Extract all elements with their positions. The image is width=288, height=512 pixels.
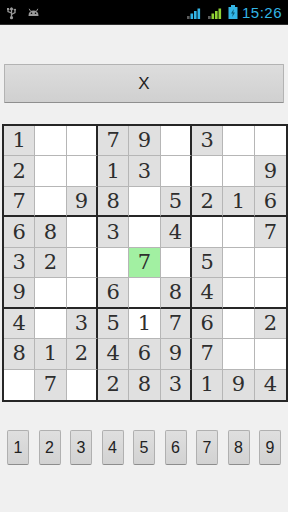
cell-r3c8[interactable]: 1 xyxy=(223,187,254,217)
cell-r9c2[interactable]: 7 xyxy=(35,370,66,400)
cell-r4c6[interactable]: 4 xyxy=(161,217,192,247)
cell-r3c1[interactable]: 7 xyxy=(4,187,35,217)
cell-r6c7[interactable]: 4 xyxy=(192,278,223,308)
status-bar-left xyxy=(6,5,41,20)
cell-r8c3[interactable]: 2 xyxy=(67,339,98,369)
cell-r2c6[interactable] xyxy=(161,156,192,186)
sudoku-board: 1793213979852166834732759684435176281246… xyxy=(2,124,288,402)
cell-r4c1[interactable]: 6 xyxy=(4,217,35,247)
android-icon xyxy=(26,5,41,19)
cell-r6c5[interactable] xyxy=(129,278,160,308)
battery-charging-icon xyxy=(228,4,238,20)
status-bar: 15:26 xyxy=(0,0,288,25)
cell-r6c9[interactable] xyxy=(255,278,286,308)
signal-green-icon xyxy=(207,5,224,20)
cell-r6c4[interactable]: 6 xyxy=(98,278,129,308)
cell-r2c1[interactable]: 2 xyxy=(4,156,35,186)
cell-r2c8[interactable] xyxy=(223,156,254,186)
cell-r6c1[interactable]: 9 xyxy=(4,278,35,308)
cell-r5c8[interactable] xyxy=(223,248,254,278)
cell-r9c5[interactable]: 8 xyxy=(129,370,160,400)
close-button[interactable]: X xyxy=(4,64,284,103)
cell-r4c8[interactable] xyxy=(223,217,254,247)
cell-r8c9[interactable] xyxy=(255,339,286,369)
cell-r1c3[interactable] xyxy=(67,126,98,156)
cell-r5c7[interactable]: 5 xyxy=(192,248,223,278)
key-1[interactable]: 1 xyxy=(7,430,29,465)
cell-r8c6[interactable]: 9 xyxy=(161,339,192,369)
key-8[interactable]: 8 xyxy=(228,430,250,465)
cell-r7c4[interactable]: 5 xyxy=(98,309,129,339)
cell-r7c9[interactable]: 2 xyxy=(255,309,286,339)
cell-r5c1[interactable]: 3 xyxy=(4,248,35,278)
cell-r2c9[interactable]: 9 xyxy=(255,156,286,186)
cell-r4c2[interactable]: 8 xyxy=(35,217,66,247)
cell-r5c3[interactable] xyxy=(67,248,98,278)
cell-r8c8[interactable] xyxy=(223,339,254,369)
status-bar-clock: 15:26 xyxy=(242,4,282,21)
cell-r1c7[interactable]: 3 xyxy=(192,126,223,156)
cell-r3c9[interactable]: 6 xyxy=(255,187,286,217)
cell-r8c1[interactable]: 8 xyxy=(4,339,35,369)
cell-r2c2[interactable] xyxy=(35,156,66,186)
cell-r9c6[interactable]: 3 xyxy=(161,370,192,400)
cell-r3c7[interactable]: 2 xyxy=(192,187,223,217)
key-7[interactable]: 7 xyxy=(196,430,218,465)
cell-r6c8[interactable] xyxy=(223,278,254,308)
cell-r9c3[interactable] xyxy=(67,370,98,400)
cell-r1c6[interactable] xyxy=(161,126,192,156)
cell-r5c9[interactable] xyxy=(255,248,286,278)
cell-r7c6[interactable]: 7 xyxy=(161,309,192,339)
cell-r5c5[interactable]: 7 xyxy=(129,248,160,278)
cell-r7c2[interactable] xyxy=(35,309,66,339)
cell-r7c1[interactable]: 4 xyxy=(4,309,35,339)
key-6[interactable]: 6 xyxy=(165,430,187,465)
cell-r1c2[interactable] xyxy=(35,126,66,156)
cell-r9c1[interactable] xyxy=(4,370,35,400)
cell-r3c6[interactable]: 5 xyxy=(161,187,192,217)
cell-r1c8[interactable] xyxy=(223,126,254,156)
cell-r2c3[interactable] xyxy=(67,156,98,186)
cell-r2c4[interactable]: 1 xyxy=(98,156,129,186)
number-keypad: 123456789 xyxy=(7,430,281,465)
cell-r3c3[interactable]: 9 xyxy=(67,187,98,217)
cell-r9c8[interactable]: 9 xyxy=(223,370,254,400)
cell-r3c5[interactable] xyxy=(129,187,160,217)
cell-r7c5[interactable]: 1 xyxy=(129,309,160,339)
cell-r6c2[interactable] xyxy=(35,278,66,308)
status-bar-right: 15:26 xyxy=(186,4,282,21)
cell-r5c4[interactable] xyxy=(98,248,129,278)
cell-r3c2[interactable] xyxy=(35,187,66,217)
cell-r1c9[interactable] xyxy=(255,126,286,156)
cell-r5c2[interactable]: 2 xyxy=(35,248,66,278)
cell-r3c4[interactable]: 8 xyxy=(98,187,129,217)
key-4[interactable]: 4 xyxy=(102,430,124,465)
cell-r9c4[interactable]: 2 xyxy=(98,370,129,400)
cell-r1c4[interactable]: 7 xyxy=(98,126,129,156)
cell-r9c7[interactable]: 1 xyxy=(192,370,223,400)
cell-r4c5[interactable] xyxy=(129,217,160,247)
cell-r6c3[interactable] xyxy=(67,278,98,308)
cell-r7c7[interactable]: 6 xyxy=(192,309,223,339)
cell-r1c1[interactable]: 1 xyxy=(4,126,35,156)
cell-r4c7[interactable] xyxy=(192,217,223,247)
cell-r2c7[interactable] xyxy=(192,156,223,186)
cell-r8c4[interactable]: 4 xyxy=(98,339,129,369)
key-9[interactable]: 9 xyxy=(259,430,281,465)
cell-r2c5[interactable]: 3 xyxy=(129,156,160,186)
key-5[interactable]: 5 xyxy=(133,430,155,465)
key-2[interactable]: 2 xyxy=(39,430,61,465)
cell-r8c2[interactable]: 1 xyxy=(35,339,66,369)
cell-r6c6[interactable]: 8 xyxy=(161,278,192,308)
cell-r1c5[interactable]: 9 xyxy=(129,126,160,156)
cell-r8c5[interactable]: 6 xyxy=(129,339,160,369)
cell-r4c4[interactable]: 3 xyxy=(98,217,129,247)
cell-r4c9[interactable]: 7 xyxy=(255,217,286,247)
key-3[interactable]: 3 xyxy=(70,430,92,465)
usb-icon xyxy=(6,5,17,20)
cell-r8c7[interactable]: 7 xyxy=(192,339,223,369)
cell-r7c3[interactable]: 3 xyxy=(67,309,98,339)
cell-r9c9[interactable]: 4 xyxy=(255,370,286,400)
cell-r7c8[interactable] xyxy=(223,309,254,339)
cell-r5c6[interactable] xyxy=(161,248,192,278)
cell-r4c3[interactable] xyxy=(67,217,98,247)
signal-blue-icon xyxy=(186,5,203,20)
